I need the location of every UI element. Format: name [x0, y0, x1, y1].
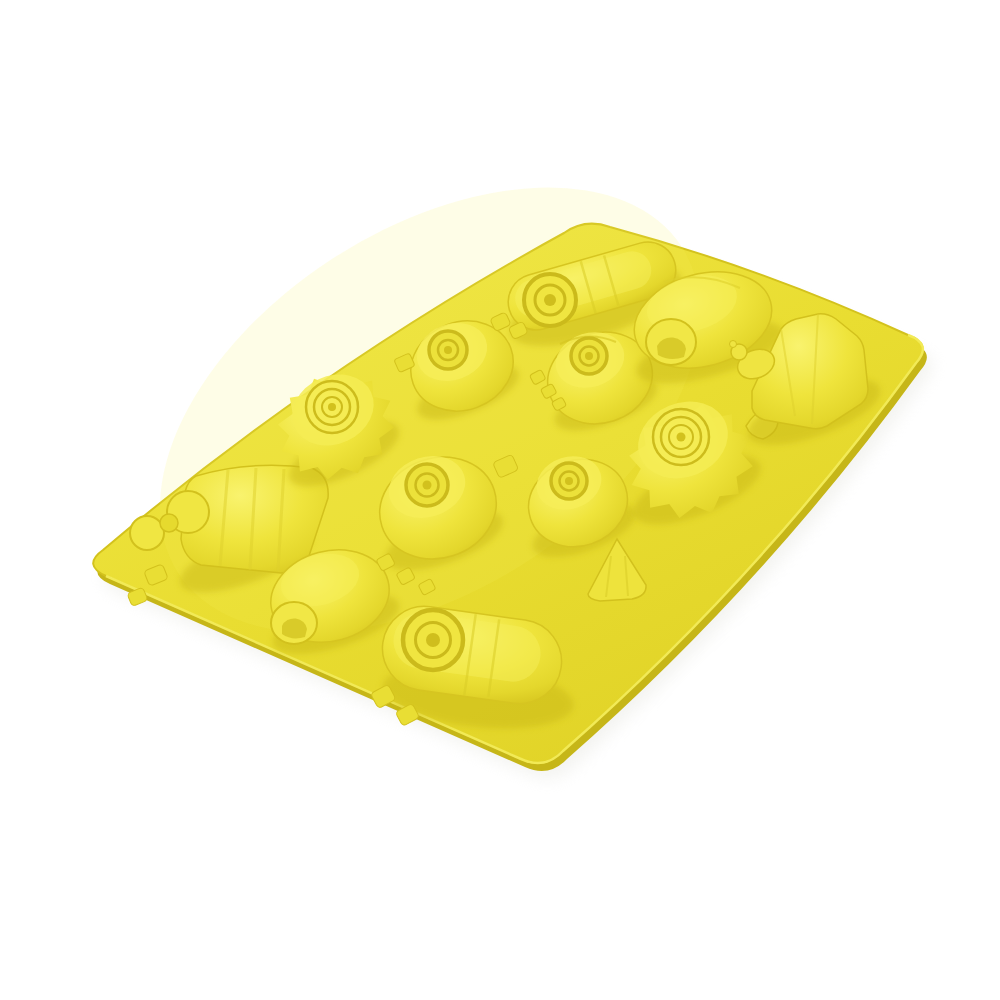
product-photo — [0, 0, 1000, 1000]
silicone-mold-photo — [0, 0, 1000, 1000]
bow-loop — [130, 516, 164, 550]
bow-knot — [160, 514, 178, 532]
photo-stage — [0, 0, 1000, 1000]
